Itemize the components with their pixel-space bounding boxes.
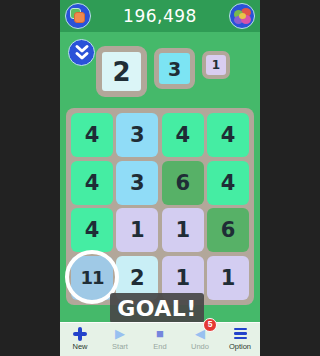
toolbar-label: Undo — [191, 342, 209, 351]
next-tile-medium: 3 — [154, 48, 195, 89]
grid-tile[interactable]: 4 — [71, 161, 113, 205]
grid-tile[interactable]: 4 — [207, 113, 249, 157]
grid-tile[interactable]: 11 — [71, 256, 113, 300]
undo-count-badge: 5 — [203, 318, 217, 332]
grid-tile[interactable]: 3 — [116, 113, 158, 157]
double-chevron-down-icon — [70, 41, 94, 65]
grid-tile[interactable]: 1 — [116, 208, 158, 252]
next-tile-small: 1 — [202, 51, 230, 79]
menu-icon — [232, 326, 248, 341]
toolbar-label: Start — [112, 342, 128, 351]
palette-blob-yellow — [239, 13, 246, 19]
toolbar-label: Option — [229, 342, 251, 351]
undo-icon: ◀5 — [192, 326, 208, 341]
bottom-toolbar: New▶Start■End◀5UndoOption — [60, 322, 260, 356]
toolbar-label: New — [72, 342, 87, 351]
grid-tile[interactable]: 3 — [116, 161, 158, 205]
grid-tile[interactable]: 4 — [162, 113, 204, 157]
grid-tile[interactable]: 4 — [71, 208, 113, 252]
undo-button[interactable]: ◀5Undo — [180, 323, 220, 356]
play-icon: ▶ — [112, 326, 128, 341]
header-bar: 196,498 — [60, 0, 260, 32]
grid-tile[interactable]: 4 — [71, 113, 113, 157]
grid-tile[interactable]: 6 — [207, 208, 249, 252]
grid-tile[interactable]: 1 — [207, 256, 249, 300]
grid-tile[interactable]: 1 — [162, 208, 204, 252]
end-button[interactable]: ■End — [140, 323, 180, 356]
grid-tile[interactable]: 4 — [207, 161, 249, 205]
tile-grid: 43444364411611211 — [71, 113, 249, 300]
app: 196,498 231 43444364411611211 GOAL! New▶… — [60, 0, 260, 356]
new-button[interactable]: New — [60, 323, 100, 356]
next-tile-large: 2 — [96, 46, 147, 97]
game-board: 43444364411611211 — [66, 108, 254, 305]
stop-icon: ■ — [152, 326, 168, 341]
start-button[interactable]: ▶Start — [100, 323, 140, 356]
grid-tile[interactable]: 6 — [162, 161, 204, 205]
plus-icon — [72, 326, 88, 341]
palette-icon[interactable] — [229, 3, 255, 29]
collapse-panel-button[interactable] — [68, 39, 95, 66]
toolbar-label: End — [153, 342, 166, 351]
goal-banner: GOAL! — [110, 293, 204, 323]
option-button[interactable]: Option — [220, 323, 260, 356]
